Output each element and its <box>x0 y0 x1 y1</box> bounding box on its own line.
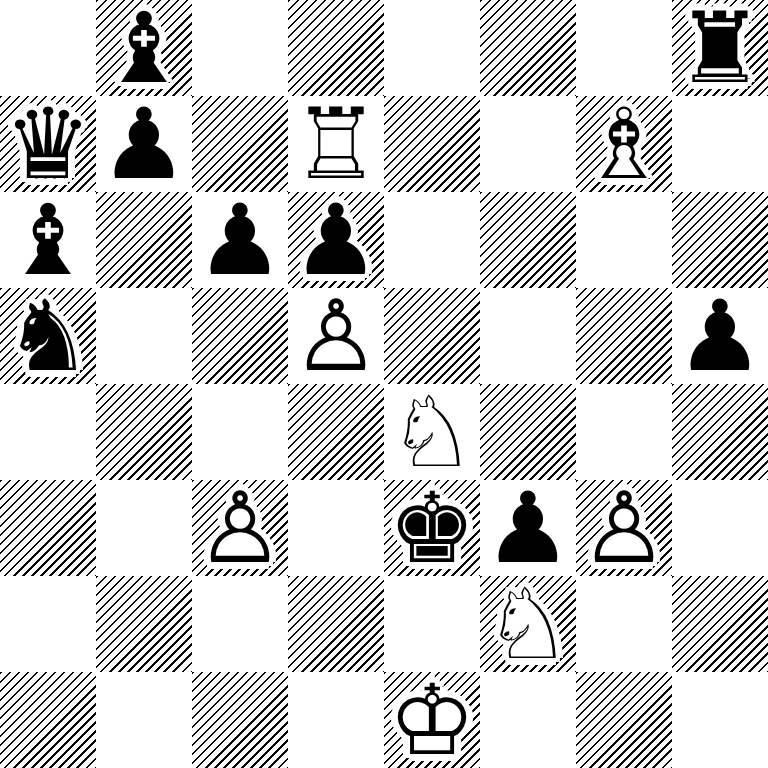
piece-glyph: ♟ <box>288 192 384 288</box>
piece-glyph: ♛ <box>0 96 96 192</box>
square-c4[interactable] <box>192 384 288 480</box>
square-e1[interactable]: ♚♔ <box>384 672 480 768</box>
square-d6[interactable]: ♟♟ <box>288 192 384 288</box>
square-a5[interactable]: ♞♞ <box>0 288 96 384</box>
square-g7[interactable]: ♝♗ <box>576 96 672 192</box>
square-e2[interactable] <box>384 576 480 672</box>
piece-glyph: ♜ <box>672 0 768 96</box>
square-g3[interactable]: ♟♙ <box>576 480 672 576</box>
square-b2[interactable] <box>96 576 192 672</box>
square-a2[interactable] <box>0 576 96 672</box>
piece-white-bishop-g7[interactable]: ♝♗ <box>576 96 672 192</box>
square-g6[interactable] <box>576 192 672 288</box>
piece-white-knight-f2[interactable]: ♞♘ <box>480 576 576 672</box>
piece-glyph: ♘ <box>384 384 480 480</box>
piece-black-pawn-b7[interactable]: ♟♟ <box>96 96 192 192</box>
square-d2[interactable] <box>288 576 384 672</box>
square-d1[interactable] <box>288 672 384 768</box>
square-h7[interactable] <box>672 96 768 192</box>
square-c2[interactable] <box>192 576 288 672</box>
square-d7[interactable]: ♜♖ <box>288 96 384 192</box>
piece-black-pawn-f3[interactable]: ♟♟ <box>480 480 576 576</box>
piece-black-knight-a5[interactable]: ♞♞ <box>0 288 96 384</box>
piece-white-king-e1[interactable]: ♚♔ <box>384 672 480 768</box>
piece-glyph: ♟ <box>96 96 192 192</box>
square-d5[interactable]: ♟♙ <box>288 288 384 384</box>
square-e5[interactable] <box>384 288 480 384</box>
square-f1[interactable] <box>480 672 576 768</box>
square-a3[interactable] <box>0 480 96 576</box>
square-g8[interactable] <box>576 0 672 96</box>
piece-glyph: ♙ <box>192 480 288 576</box>
square-b3[interactable] <box>96 480 192 576</box>
square-b1[interactable] <box>96 672 192 768</box>
square-e3[interactable]: ♚♚ <box>384 480 480 576</box>
piece-glyph: ♟ <box>192 192 288 288</box>
piece-glyph: ♙ <box>288 288 384 384</box>
piece-glyph: ♗ <box>576 96 672 192</box>
square-h6[interactable] <box>672 192 768 288</box>
square-b8[interactable]: ♝♝ <box>96 0 192 96</box>
square-e8[interactable] <box>384 0 480 96</box>
piece-black-queen-a7[interactable]: ♛♛ <box>0 96 96 192</box>
square-d4[interactable] <box>288 384 384 480</box>
square-c7[interactable] <box>192 96 288 192</box>
square-c1[interactable] <box>192 672 288 768</box>
square-g2[interactable] <box>576 576 672 672</box>
square-b7[interactable]: ♟♟ <box>96 96 192 192</box>
square-h4[interactable] <box>672 384 768 480</box>
square-f3[interactable]: ♟♟ <box>480 480 576 576</box>
square-c3[interactable]: ♟♙ <box>192 480 288 576</box>
piece-glyph: ♟ <box>480 480 576 576</box>
square-b4[interactable] <box>96 384 192 480</box>
piece-black-bishop-b8[interactable]: ♝♝ <box>96 0 192 96</box>
piece-glyph: ♚ <box>384 480 480 576</box>
piece-white-knight-e4[interactable]: ♞♘ <box>384 384 480 480</box>
square-e4[interactable]: ♞♘ <box>384 384 480 480</box>
piece-black-king-e3[interactable]: ♚♚ <box>384 480 480 576</box>
square-f7[interactable] <box>480 96 576 192</box>
square-a6[interactable]: ♝♝ <box>0 192 96 288</box>
piece-glyph: ♟ <box>672 288 768 384</box>
square-c6[interactable]: ♟♟ <box>192 192 288 288</box>
square-b6[interactable] <box>96 192 192 288</box>
square-c8[interactable] <box>192 0 288 96</box>
square-h1[interactable] <box>672 672 768 768</box>
square-h2[interactable] <box>672 576 768 672</box>
square-c5[interactable] <box>192 288 288 384</box>
piece-glyph: ♞ <box>0 288 96 384</box>
square-e7[interactable] <box>384 96 480 192</box>
square-d3[interactable] <box>288 480 384 576</box>
square-f8[interactable] <box>480 0 576 96</box>
square-g5[interactable] <box>576 288 672 384</box>
square-a7[interactable]: ♛♛ <box>0 96 96 192</box>
square-a1[interactable] <box>0 672 96 768</box>
piece-white-pawn-g3[interactable]: ♟♙ <box>576 480 672 576</box>
piece-black-pawn-c6[interactable]: ♟♟ <box>192 192 288 288</box>
square-h8[interactable]: ♜♜ <box>672 0 768 96</box>
piece-white-rook-d7[interactable]: ♜♖ <box>288 96 384 192</box>
piece-glyph: ♝ <box>0 192 96 288</box>
piece-glyph: ♝ <box>96 0 192 96</box>
square-b5[interactable] <box>96 288 192 384</box>
square-d8[interactable] <box>288 0 384 96</box>
square-a4[interactable] <box>0 384 96 480</box>
piece-black-pawn-h5[interactable]: ♟♟ <box>672 288 768 384</box>
square-f4[interactable] <box>480 384 576 480</box>
piece-glyph: ♖ <box>288 96 384 192</box>
piece-glyph: ♘ <box>480 576 576 672</box>
square-g4[interactable] <box>576 384 672 480</box>
piece-black-pawn-d6[interactable]: ♟♟ <box>288 192 384 288</box>
piece-glyph: ♔ <box>384 672 480 768</box>
square-f6[interactable] <box>480 192 576 288</box>
square-a8[interactable] <box>0 0 96 96</box>
piece-black-bishop-a6[interactable]: ♝♝ <box>0 192 96 288</box>
square-h5[interactable]: ♟♟ <box>672 288 768 384</box>
piece-white-pawn-c3[interactable]: ♟♙ <box>192 480 288 576</box>
chess-board: ♝♝♜♜♛♛♟♟♜♖♝♗♝♝♟♟♟♟♞♞♟♙♟♟♞♘♟♙♚♚♟♟♟♙♞♘♚♔ <box>0 0 768 768</box>
square-f5[interactable] <box>480 288 576 384</box>
piece-white-pawn-d5[interactable]: ♟♙ <box>288 288 384 384</box>
square-f2[interactable]: ♞♘ <box>480 576 576 672</box>
piece-glyph: ♙ <box>576 480 672 576</box>
piece-black-rook-h8[interactable]: ♜♜ <box>672 0 768 96</box>
square-e6[interactable] <box>384 192 480 288</box>
square-h3[interactable] <box>672 480 768 576</box>
square-g1[interactable] <box>576 672 672 768</box>
